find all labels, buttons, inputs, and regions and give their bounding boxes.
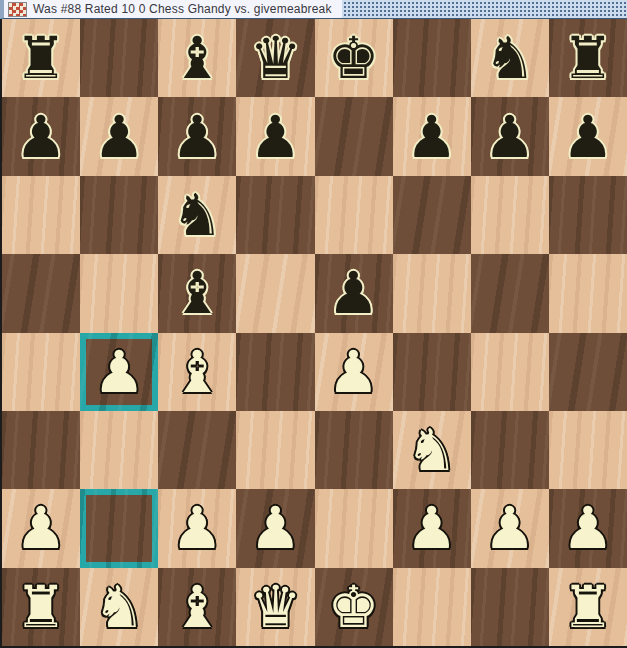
square-b6[interactable] xyxy=(80,176,158,254)
square-g5[interactable] xyxy=(471,254,549,332)
square-f4[interactable] xyxy=(393,333,471,411)
chess-window: Was #88 Rated 10 0 Chess Ghandy vs. give… xyxy=(0,0,627,648)
square-d2[interactable]: ♟ xyxy=(236,489,314,567)
square-h3[interactable] xyxy=(549,411,627,489)
piece-white-pawn[interactable]: ♟ xyxy=(562,499,614,557)
piece-white-rook[interactable]: ♜ xyxy=(15,578,67,636)
square-h7[interactable]: ♟ xyxy=(549,97,627,175)
square-a3[interactable] xyxy=(2,411,80,489)
piece-white-pawn[interactable]: ♟ xyxy=(484,499,536,557)
titlebar-text-area: Was #88 Rated 10 0 Chess Ghandy vs. give… xyxy=(4,0,342,18)
piece-white-pawn[interactable]: ♟ xyxy=(93,343,145,401)
window-title: Was #88 Rated 10 0 Chess Ghandy vs. give… xyxy=(33,0,332,18)
piece-black-pawn[interactable]: ♟ xyxy=(249,108,301,166)
piece-black-pawn[interactable]: ♟ xyxy=(406,108,458,166)
square-f1[interactable] xyxy=(393,568,471,646)
square-e6[interactable] xyxy=(315,176,393,254)
square-b8[interactable] xyxy=(80,19,158,97)
piece-black-knight[interactable]: ♞ xyxy=(171,186,223,244)
square-b1[interactable]: ♞ xyxy=(80,568,158,646)
piece-black-rook[interactable]: ♜ xyxy=(15,29,67,87)
square-a4[interactable] xyxy=(2,333,80,411)
square-d4[interactable] xyxy=(236,333,314,411)
square-a8[interactable]: ♜ xyxy=(2,19,80,97)
piece-black-pawn[interactable]: ♟ xyxy=(562,108,614,166)
piece-black-queen[interactable]: ♛ xyxy=(249,29,301,87)
piece-white-pawn[interactable]: ♟ xyxy=(15,499,67,557)
piece-white-bishop[interactable]: ♝ xyxy=(171,578,223,636)
square-b7[interactable]: ♟ xyxy=(80,97,158,175)
square-f2[interactable]: ♟ xyxy=(393,489,471,567)
piece-black-pawn[interactable]: ♟ xyxy=(93,108,145,166)
square-b4[interactable]: ♟ xyxy=(80,333,158,411)
square-c8[interactable]: ♝ xyxy=(158,19,236,97)
square-c4[interactable]: ♝ xyxy=(158,333,236,411)
square-g2[interactable]: ♟ xyxy=(471,489,549,567)
piece-white-rook[interactable]: ♜ xyxy=(562,578,614,636)
square-g1[interactable] xyxy=(471,568,549,646)
square-e2[interactable] xyxy=(315,489,393,567)
square-d3[interactable] xyxy=(236,411,314,489)
square-h1[interactable]: ♜ xyxy=(549,568,627,646)
piece-black-pawn[interactable]: ♟ xyxy=(171,108,223,166)
piece-white-knight[interactable]: ♞ xyxy=(93,578,145,636)
piece-white-queen[interactable]: ♛ xyxy=(249,578,301,636)
square-d5[interactable] xyxy=(236,254,314,332)
square-c1[interactable]: ♝ xyxy=(158,568,236,646)
square-d6[interactable] xyxy=(236,176,314,254)
square-e3[interactable] xyxy=(315,411,393,489)
piece-black-bishop[interactable]: ♝ xyxy=(171,264,223,322)
piece-black-rook[interactable]: ♜ xyxy=(562,29,614,87)
piece-white-king[interactable]: ♚ xyxy=(328,578,380,636)
chessboard-icon xyxy=(8,2,27,17)
square-h5[interactable] xyxy=(549,254,627,332)
square-a7[interactable]: ♟ xyxy=(2,97,80,175)
square-c7[interactable]: ♟ xyxy=(158,97,236,175)
square-d7[interactable]: ♟ xyxy=(236,97,314,175)
square-b5[interactable] xyxy=(80,254,158,332)
square-f5[interactable] xyxy=(393,254,471,332)
square-e8[interactable]: ♚ xyxy=(315,19,393,97)
piece-white-pawn[interactable]: ♟ xyxy=(406,499,458,557)
square-c3[interactable] xyxy=(158,411,236,489)
square-g7[interactable]: ♟ xyxy=(471,97,549,175)
piece-black-knight[interactable]: ♞ xyxy=(484,29,536,87)
piece-white-knight[interactable]: ♞ xyxy=(406,421,458,479)
square-g6[interactable] xyxy=(471,176,549,254)
square-h4[interactable] xyxy=(549,333,627,411)
piece-black-king[interactable]: ♚ xyxy=(328,29,380,87)
square-a5[interactable] xyxy=(2,254,80,332)
square-h2[interactable]: ♟ xyxy=(549,489,627,567)
piece-white-pawn[interactable]: ♟ xyxy=(328,343,380,401)
square-d8[interactable]: ♛ xyxy=(236,19,314,97)
piece-black-pawn[interactable]: ♟ xyxy=(15,108,67,166)
square-c6[interactable]: ♞ xyxy=(158,176,236,254)
piece-black-pawn[interactable]: ♟ xyxy=(328,264,380,322)
piece-white-pawn[interactable]: ♟ xyxy=(249,499,301,557)
square-g4[interactable] xyxy=(471,333,549,411)
square-h8[interactable]: ♜ xyxy=(549,19,627,97)
square-e1[interactable]: ♚ xyxy=(315,568,393,646)
square-e4[interactable]: ♟ xyxy=(315,333,393,411)
piece-white-bishop[interactable]: ♝ xyxy=(171,343,223,401)
titlebar[interactable]: Was #88 Rated 10 0 Chess Ghandy vs. give… xyxy=(0,0,627,19)
piece-black-bishop[interactable]: ♝ xyxy=(171,29,223,87)
square-a2[interactable]: ♟ xyxy=(2,489,80,567)
square-a6[interactable] xyxy=(2,176,80,254)
square-f7[interactable]: ♟ xyxy=(393,97,471,175)
square-f3[interactable]: ♞ xyxy=(393,411,471,489)
square-a1[interactable]: ♜ xyxy=(2,568,80,646)
square-g8[interactable]: ♞ xyxy=(471,19,549,97)
piece-black-pawn[interactable]: ♟ xyxy=(484,108,536,166)
square-e7[interactable] xyxy=(315,97,393,175)
square-f8[interactable] xyxy=(393,19,471,97)
square-d1[interactable]: ♛ xyxy=(236,568,314,646)
square-f6[interactable] xyxy=(393,176,471,254)
piece-white-pawn[interactable]: ♟ xyxy=(171,499,223,557)
square-b3[interactable] xyxy=(80,411,158,489)
square-g3[interactable] xyxy=(471,411,549,489)
square-c2[interactable]: ♟ xyxy=(158,489,236,567)
square-e5[interactable]: ♟ xyxy=(315,254,393,332)
square-c5[interactable]: ♝ xyxy=(158,254,236,332)
square-h6[interactable] xyxy=(549,176,627,254)
square-b2[interactable] xyxy=(80,489,158,567)
chess-board: ♜♝♛♚♞♜♟♟♟♟♟♟♟♞♝♟♟♝♟♞♟♟♟♟♟♟♜♞♝♛♚♜ xyxy=(0,19,627,648)
titlebar-stipple[interactable] xyxy=(342,0,627,18)
